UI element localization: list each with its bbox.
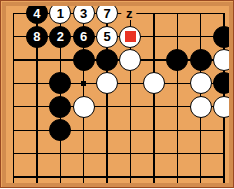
board-point: 3 [72, 2, 95, 25]
go-diagram: 41378265z [0, 0, 234, 188]
white-stone [73, 96, 95, 118]
black-stone [213, 26, 234, 48]
white-stone [119, 49, 141, 71]
white-stone [213, 96, 234, 118]
board-point [189, 72, 212, 95]
board-point: 4 [25, 2, 48, 25]
white-stone [143, 72, 165, 94]
board-grid: 41378265z [2, 2, 234, 189]
black-stone-2: 2 [49, 26, 71, 48]
black-stone [166, 49, 188, 71]
board-point [212, 95, 234, 118]
black-stone-6: 6 [73, 26, 95, 48]
black-stone [49, 72, 71, 94]
move-number: 4 [33, 7, 40, 20]
board-point: 7 [95, 2, 118, 25]
board-point [142, 72, 165, 95]
black-stone [96, 49, 118, 71]
move-number: 2 [57, 30, 64, 43]
star-point [72, 72, 95, 95]
board-point [189, 95, 212, 118]
board-point [189, 48, 212, 71]
go-board[interactable]: 41378265z [0, 0, 234, 188]
move-number: 8 [33, 30, 40, 43]
board-point: 8 [25, 25, 48, 48]
black-stone [49, 96, 71, 118]
move-number: 7 [103, 7, 110, 20]
board-point [95, 72, 118, 95]
board-point [166, 48, 189, 71]
white-stone-5: 5 [96, 26, 118, 48]
board-point [119, 48, 142, 71]
board-point [212, 25, 234, 48]
board-point [72, 95, 95, 118]
board-point: 6 [72, 25, 95, 48]
board-point [49, 95, 72, 118]
white-stone-3: 3 [73, 2, 95, 24]
board-point [212, 48, 234, 71]
board-point [212, 72, 234, 95]
white-stone [96, 72, 118, 94]
white-stone-1: 1 [49, 2, 71, 24]
move-number: 1 [57, 7, 64, 20]
white-stone-7: 7 [96, 2, 118, 24]
board-point: 2 [49, 25, 72, 48]
black-stone-8: 8 [26, 26, 48, 48]
black-stone [49, 119, 71, 141]
white-stone [119, 26, 141, 48]
board-point [49, 118, 72, 141]
black-stone [190, 49, 212, 71]
move-number: 3 [80, 7, 87, 20]
move-number: 6 [80, 30, 87, 43]
board-point [72, 48, 95, 71]
move-number: 5 [103, 30, 110, 43]
white-stone [190, 72, 212, 94]
point-label-z: z [122, 6, 137, 20]
white-stone [213, 49, 234, 71]
star-point-dot [81, 81, 86, 86]
white-stone [190, 96, 212, 118]
board-point [49, 72, 72, 95]
board-point [95, 48, 118, 71]
board-point [119, 25, 142, 48]
black-stone-4: 4 [26, 2, 48, 24]
black-stone [213, 72, 234, 94]
labeled-point-z: z [119, 2, 142, 25]
black-stone [73, 49, 95, 71]
red-square-marker [125, 31, 136, 42]
board-point: 1 [49, 2, 72, 25]
board-point: 5 [95, 25, 118, 48]
